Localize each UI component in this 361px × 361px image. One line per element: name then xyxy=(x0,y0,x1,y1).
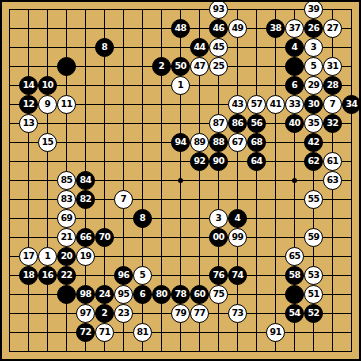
stone-black-4[interactable]: 4 xyxy=(285,38,304,57)
stone-black-handicap[interactable] xyxy=(57,57,76,76)
stone-black-92[interactable]: 92 xyxy=(190,152,209,171)
stone-white-71[interactable]: 71 xyxy=(95,323,114,342)
stone-black-52[interactable]: 52 xyxy=(304,304,323,323)
stone-white-87[interactable]: 87 xyxy=(209,114,228,133)
stone-white-67[interactable]: 67 xyxy=(228,133,247,152)
stone-black-20[interactable]: 20 xyxy=(57,247,76,266)
stone-white-77[interactable]: 77 xyxy=(190,304,209,323)
stone-black-34[interactable]: 34 xyxy=(342,95,361,114)
stone-black-14[interactable]: 14 xyxy=(19,76,38,95)
stone-white-39[interactable]: 39 xyxy=(304,0,323,19)
stone-white-59[interactable]: 59 xyxy=(304,228,323,247)
stone-black-42[interactable]: 42 xyxy=(304,133,323,152)
stone-black-94[interactable]: 94 xyxy=(171,133,190,152)
stone-black-handicap[interactable] xyxy=(57,285,76,304)
stone-white-7[interactable]: 7 xyxy=(114,190,133,209)
stone-white-21[interactable]: 21 xyxy=(57,228,76,247)
stone-white-73[interactable]: 73 xyxy=(228,304,247,323)
stone-black-70[interactable]: 70 xyxy=(95,228,114,247)
stone-black-12[interactable]: 12 xyxy=(19,95,38,114)
stone-white-69[interactable]: 69 xyxy=(57,209,76,228)
stone-black-handicap[interactable] xyxy=(285,57,304,76)
stone-black-22[interactable]: 22 xyxy=(57,266,76,285)
stone-black-48[interactable]: 48 xyxy=(171,19,190,38)
stone-black-90[interactable]: 90 xyxy=(209,152,228,171)
stone-black-10[interactable]: 10 xyxy=(38,76,57,95)
stone-white-43[interactable]: 43 xyxy=(228,95,247,114)
stone-black-handicap[interactable] xyxy=(285,285,304,304)
stone-black-28[interactable]: 28 xyxy=(323,76,342,95)
stone-black-38[interactable]: 38 xyxy=(266,19,285,38)
stone-black-76[interactable]: 76 xyxy=(209,266,228,285)
stones-grid: 9339484649383726278444543250472553114101… xyxy=(0,0,361,361)
stone-black-74[interactable]: 74 xyxy=(228,266,247,285)
stone-black-66[interactable]: 66 xyxy=(76,228,95,247)
stone-white-5[interactable]: 5 xyxy=(304,57,323,76)
stone-black-44[interactable]: 44 xyxy=(190,38,209,57)
stone-white-45[interactable]: 45 xyxy=(209,38,228,57)
stone-white-19[interactable]: 19 xyxy=(76,247,95,266)
stone-black-40[interactable]: 40 xyxy=(285,114,304,133)
stone-white-47[interactable]: 47 xyxy=(190,57,209,76)
stone-black-24[interactable]: 24 xyxy=(95,285,114,304)
stone-white-95[interactable]: 95 xyxy=(114,285,133,304)
stone-white-25[interactable]: 25 xyxy=(209,57,228,76)
stone-white-97[interactable]: 97 xyxy=(76,304,95,323)
stone-black-82[interactable]: 82 xyxy=(76,190,95,209)
stone-black-2[interactable]: 2 xyxy=(152,57,171,76)
stone-white-1[interactable]: 1 xyxy=(171,76,190,95)
stone-white-55[interactable]: 55 xyxy=(304,190,323,209)
stone-black-86[interactable]: 86 xyxy=(228,114,247,133)
stone-white-61[interactable]: 61 xyxy=(323,152,342,171)
stone-white-53[interactable]: 53 xyxy=(304,266,323,285)
stone-black-84[interactable]: 84 xyxy=(76,171,95,190)
stone-white-85[interactable]: 85 xyxy=(57,171,76,190)
stone-black-58[interactable]: 58 xyxy=(285,266,304,285)
stone-black-2[interactable]: 2 xyxy=(95,304,114,323)
stone-white-29[interactable]: 29 xyxy=(304,76,323,95)
stone-white-11[interactable]: 11 xyxy=(57,95,76,114)
stone-black-56[interactable]: 56 xyxy=(247,114,266,133)
stone-black-00[interactable]: 00 xyxy=(209,228,228,247)
stone-white-81[interactable]: 81 xyxy=(133,323,152,342)
stone-white-5[interactable]: 5 xyxy=(133,266,152,285)
stone-black-78[interactable]: 78 xyxy=(171,285,190,304)
stone-white-63[interactable]: 63 xyxy=(323,171,342,190)
stone-white-35[interactable]: 35 xyxy=(304,114,323,133)
stone-white-15[interactable]: 15 xyxy=(38,133,57,152)
stone-black-6[interactable]: 6 xyxy=(133,285,152,304)
stone-white-79[interactable]: 79 xyxy=(171,304,190,323)
stone-white-23[interactable]: 23 xyxy=(114,304,133,323)
stone-white-41[interactable]: 41 xyxy=(266,95,285,114)
stone-black-72[interactable]: 72 xyxy=(76,323,95,342)
stone-white-27[interactable]: 27 xyxy=(323,19,342,38)
stone-black-4[interactable]: 4 xyxy=(228,209,247,228)
stone-black-16[interactable]: 16 xyxy=(38,266,57,285)
stone-black-50[interactable]: 50 xyxy=(171,57,190,76)
stone-black-62[interactable]: 62 xyxy=(304,152,323,171)
stone-black-64[interactable]: 64 xyxy=(247,152,266,171)
stone-black-96[interactable]: 96 xyxy=(114,266,133,285)
stone-black-30[interactable]: 30 xyxy=(304,95,323,114)
stone-black-54[interactable]: 54 xyxy=(285,304,304,323)
stone-white-31[interactable]: 31 xyxy=(323,57,342,76)
stone-white-89[interactable]: 89 xyxy=(190,133,209,152)
stone-black-8[interactable]: 8 xyxy=(133,209,152,228)
stone-white-65[interactable]: 65 xyxy=(285,247,304,266)
stone-white-17[interactable]: 17 xyxy=(19,247,38,266)
stone-white-99[interactable]: 99 xyxy=(228,228,247,247)
stone-white-1[interactable]: 1 xyxy=(38,247,57,266)
stone-white-75[interactable]: 75 xyxy=(209,285,228,304)
stone-white-83[interactable]: 83 xyxy=(57,190,76,209)
stone-white-9[interactable]: 9 xyxy=(38,95,57,114)
stone-white-93[interactable]: 93 xyxy=(209,0,228,19)
stone-white-57[interactable]: 57 xyxy=(247,95,266,114)
stone-black-60[interactable]: 60 xyxy=(190,285,209,304)
stone-white-51[interactable]: 51 xyxy=(304,285,323,304)
stone-black-32[interactable]: 32 xyxy=(323,114,342,133)
stone-white-3[interactable]: 3 xyxy=(209,209,228,228)
stone-white-91[interactable]: 91 xyxy=(266,323,285,342)
go-board[interactable]: 9339484649383726278444543250472553114101… xyxy=(0,0,361,361)
stone-black-18[interactable]: 18 xyxy=(19,266,38,285)
stone-white-49[interactable]: 49 xyxy=(228,19,247,38)
stone-black-88[interactable]: 88 xyxy=(209,133,228,152)
stone-white-7[interactable]: 7 xyxy=(323,95,342,114)
stone-black-68[interactable]: 68 xyxy=(247,133,266,152)
stone-black-46[interactable]: 46 xyxy=(209,19,228,38)
stone-black-8[interactable]: 8 xyxy=(95,38,114,57)
stone-white-13[interactable]: 13 xyxy=(19,114,38,133)
stone-black-98[interactable]: 98 xyxy=(76,285,95,304)
stone-black-6[interactable]: 6 xyxy=(285,76,304,95)
stone-white-3[interactable]: 3 xyxy=(304,38,323,57)
stone-black-80[interactable]: 80 xyxy=(152,285,171,304)
stone-white-37[interactable]: 37 xyxy=(285,19,304,38)
stone-black-26[interactable]: 26 xyxy=(304,19,323,38)
stone-white-33[interactable]: 33 xyxy=(285,95,304,114)
